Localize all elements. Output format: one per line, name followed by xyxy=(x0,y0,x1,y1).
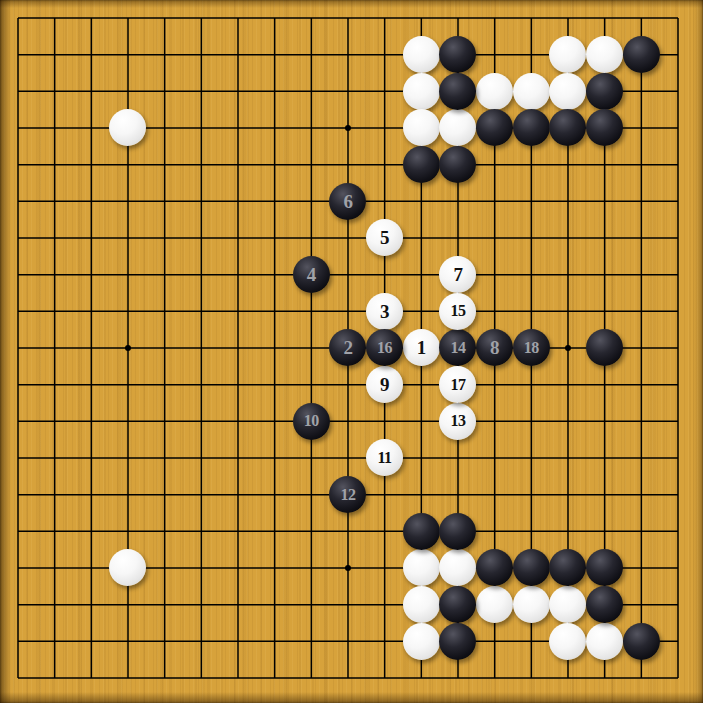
stone-black-move-10: 10 xyxy=(293,403,330,440)
stone-black-move-14: 14 xyxy=(439,329,476,366)
stone-black-move-2: 2 xyxy=(329,329,366,366)
stone-black xyxy=(586,329,623,366)
move-number-label: 2 xyxy=(343,338,352,357)
move-number-label: 3 xyxy=(380,302,389,321)
stones-layer: 123456789101112131415161718 xyxy=(0,0,696,696)
move-number-label: 13 xyxy=(450,413,465,429)
move-number-label: 12 xyxy=(340,487,355,503)
stone-black xyxy=(549,109,586,146)
move-number-label: 5 xyxy=(380,228,389,247)
stone-white xyxy=(403,586,440,623)
stone-black xyxy=(513,109,550,146)
move-number-label: 17 xyxy=(450,377,465,393)
stone-black xyxy=(439,146,476,183)
move-number-label: 14 xyxy=(450,340,465,356)
stone-black xyxy=(586,549,623,586)
stone-black xyxy=(586,586,623,623)
stone-black xyxy=(586,73,623,110)
move-number-label: 18 xyxy=(524,340,539,356)
stone-white xyxy=(403,73,440,110)
stone-white-move-7: 7 xyxy=(439,256,476,293)
stone-black xyxy=(623,623,660,660)
stone-white xyxy=(439,109,476,146)
move-number-label: 16 xyxy=(377,340,392,356)
move-number-label: 1 xyxy=(417,338,426,357)
stone-black xyxy=(439,73,476,110)
stone-black-move-16: 16 xyxy=(366,329,403,366)
stone-white-move-17: 17 xyxy=(439,366,476,403)
stone-white xyxy=(513,586,550,623)
stone-black xyxy=(439,623,476,660)
move-number-label: 4 xyxy=(307,265,316,284)
move-number-label: 6 xyxy=(343,192,352,211)
stone-white xyxy=(549,73,586,110)
move-number-label: 7 xyxy=(453,265,462,284)
stone-white-move-15: 15 xyxy=(439,293,476,330)
stone-black xyxy=(623,36,660,73)
stone-white xyxy=(403,109,440,146)
stone-white xyxy=(109,109,146,146)
stone-white-move-9: 9 xyxy=(366,366,403,403)
go-board[interactable]: 123456789101112131415161718 xyxy=(0,0,703,703)
stone-black-move-4: 4 xyxy=(293,256,330,293)
stone-black-move-12: 12 xyxy=(329,476,366,513)
stone-white xyxy=(549,586,586,623)
stone-white xyxy=(476,586,513,623)
stone-black xyxy=(439,36,476,73)
stone-white xyxy=(109,549,146,586)
stone-black xyxy=(476,549,513,586)
stone-white xyxy=(439,549,476,586)
stone-white-move-1: 1 xyxy=(403,329,440,366)
stone-white xyxy=(549,623,586,660)
move-number-label: 11 xyxy=(378,450,392,466)
stone-black xyxy=(403,513,440,550)
stone-black xyxy=(439,513,476,550)
move-number-label: 9 xyxy=(380,375,389,394)
stone-white-move-13: 13 xyxy=(439,403,476,440)
stone-white xyxy=(586,623,623,660)
stone-white xyxy=(403,36,440,73)
stone-black xyxy=(549,549,586,586)
stone-black xyxy=(403,146,440,183)
move-number-label: 10 xyxy=(304,413,319,429)
stone-black xyxy=(513,549,550,586)
move-number-label: 8 xyxy=(490,338,499,357)
stone-white xyxy=(549,36,586,73)
stone-black-move-18: 18 xyxy=(513,329,550,366)
stone-white xyxy=(403,549,440,586)
stone-black-move-6: 6 xyxy=(329,183,366,220)
stone-white xyxy=(586,36,623,73)
stone-white xyxy=(476,73,513,110)
stone-white-move-3: 3 xyxy=(366,293,403,330)
stone-white-move-5: 5 xyxy=(366,219,403,256)
stone-black-move-8: 8 xyxy=(476,329,513,366)
stone-white xyxy=(513,73,550,110)
stone-black xyxy=(476,109,513,146)
move-number-label: 15 xyxy=(450,303,465,319)
stone-black xyxy=(439,586,476,623)
stone-white xyxy=(403,623,440,660)
stone-black xyxy=(586,109,623,146)
stone-white-move-11: 11 xyxy=(366,439,403,476)
